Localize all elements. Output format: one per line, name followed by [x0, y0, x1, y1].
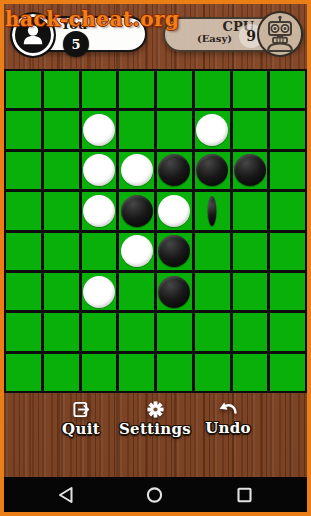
board-cell-b6[interactable] — [44, 273, 79, 310]
board-cell-a7[interactable] — [6, 313, 41, 350]
board-cell-c4[interactable] — [82, 192, 117, 229]
board-cell-a3[interactable] — [6, 152, 41, 189]
nav-home-icon[interactable] — [146, 486, 163, 504]
black-disc — [121, 195, 153, 227]
board-cell-c7[interactable] — [82, 313, 117, 350]
board-cell-e8[interactable] — [157, 354, 192, 391]
app-screen: hack-cheat.org You 5 CPU (Easy) 9 — [0, 0, 311, 516]
board-cell-e1[interactable] — [157, 71, 192, 108]
board-cell-d6[interactable] — [119, 273, 154, 310]
board-cell-f7[interactable] — [195, 313, 230, 350]
board-cell-g7[interactable] — [233, 313, 268, 350]
black-disc — [158, 276, 190, 308]
undo-arrow-icon — [218, 400, 238, 418]
watermark-text: hack-cheat.org — [5, 7, 180, 31]
board-cell-h4[interactable] — [270, 192, 305, 229]
board-cell-h6[interactable] — [270, 273, 305, 310]
quit-label: Quit — [43, 420, 119, 438]
board-cell-c8[interactable] — [82, 354, 117, 391]
board-cell-e3[interactable] — [157, 152, 192, 189]
board-cell-e7[interactable] — [157, 313, 192, 350]
black-disc — [158, 235, 190, 267]
flipping-disc — [208, 196, 217, 226]
board-cell-h3[interactable] — [270, 152, 305, 189]
board-cell-b5[interactable] — [44, 233, 79, 270]
black-disc — [196, 154, 228, 186]
board-cell-g8[interactable] — [233, 354, 268, 391]
board-cell-a2[interactable] — [6, 111, 41, 148]
board-cell-d5[interactable] — [119, 233, 154, 270]
you-score-badge: 5 — [63, 31, 89, 57]
board-cell-d4[interactable] — [119, 192, 154, 229]
board-cell-f4[interactable] — [195, 192, 230, 229]
board-cell-b2[interactable] — [44, 111, 79, 148]
board-cell-f3[interactable] — [195, 152, 230, 189]
board-cell-a8[interactable] — [6, 354, 41, 391]
settings-button[interactable]: Settings — [117, 400, 193, 438]
board-cell-f8[interactable] — [195, 354, 230, 391]
settings-label: Settings — [117, 420, 193, 438]
white-disc — [83, 276, 115, 308]
black-disc — [234, 154, 266, 186]
white-disc — [83, 154, 115, 186]
board-cell-a4[interactable] — [6, 192, 41, 229]
board-cell-e2[interactable] — [157, 111, 192, 148]
cpu-avatar — [257, 11, 303, 57]
gear-icon — [146, 400, 165, 419]
white-disc — [196, 114, 228, 146]
board-cell-d3[interactable] — [119, 152, 154, 189]
othello-board — [4, 69, 307, 393]
board-cell-a1[interactable] — [6, 71, 41, 108]
board-cell-c1[interactable] — [82, 71, 117, 108]
undo-label: Undo — [190, 419, 266, 437]
board-cell-h2[interactable] — [270, 111, 305, 148]
board-cell-d7[interactable] — [119, 313, 154, 350]
white-disc — [158, 195, 190, 227]
cpu-difficulty-label: (Easy) — [197, 33, 232, 44]
white-disc — [121, 154, 153, 186]
board-cell-b3[interactable] — [44, 152, 79, 189]
robot-icon — [260, 14, 300, 54]
board-cell-h5[interactable] — [270, 233, 305, 270]
board-cell-f6[interactable] — [195, 273, 230, 310]
board-cell-c5[interactable] — [82, 233, 117, 270]
board-cell-a5[interactable] — [6, 233, 41, 270]
board-cell-e6[interactable] — [157, 273, 192, 310]
board-cell-g6[interactable] — [233, 273, 268, 310]
board-cell-e5[interactable] — [157, 233, 192, 270]
board-cell-h1[interactable] — [270, 71, 305, 108]
board-cell-b1[interactable] — [44, 71, 79, 108]
board-cell-g3[interactable] — [233, 152, 268, 189]
board-cell-c2[interactable] — [82, 111, 117, 148]
quit-button[interactable]: Quit — [43, 400, 119, 438]
board-cell-d2[interactable] — [119, 111, 154, 148]
board-cell-c6[interactable] — [82, 273, 117, 310]
board-cell-b8[interactable] — [44, 354, 79, 391]
white-disc — [83, 114, 115, 146]
black-disc — [158, 154, 190, 186]
board-cell-h8[interactable] — [270, 354, 305, 391]
white-disc — [83, 195, 115, 227]
board-cell-f5[interactable] — [195, 233, 230, 270]
nav-back-icon[interactable] — [57, 486, 74, 504]
android-nav-bar — [0, 477, 311, 512]
board-cell-e4[interactable] — [157, 192, 192, 229]
board-cell-g1[interactable] — [233, 71, 268, 108]
board-cell-g5[interactable] — [233, 233, 268, 270]
undo-button[interactable]: Undo — [190, 400, 266, 437]
board-cell-b7[interactable] — [44, 313, 79, 350]
exit-icon — [72, 400, 91, 419]
board-cell-g2[interactable] — [233, 111, 268, 148]
white-disc — [121, 235, 153, 267]
board-cell-f2[interactable] — [195, 111, 230, 148]
nav-recents-icon[interactable] — [236, 486, 253, 504]
board-cell-d8[interactable] — [119, 354, 154, 391]
board-cell-h7[interactable] — [270, 313, 305, 350]
board-cell-f1[interactable] — [195, 71, 230, 108]
board-cell-g4[interactable] — [233, 192, 268, 229]
board-cell-c3[interactable] — [82, 152, 117, 189]
board-cell-d1[interactable] — [119, 71, 154, 108]
board-cell-a6[interactable] — [6, 273, 41, 310]
board-cell-b4[interactable] — [44, 192, 79, 229]
